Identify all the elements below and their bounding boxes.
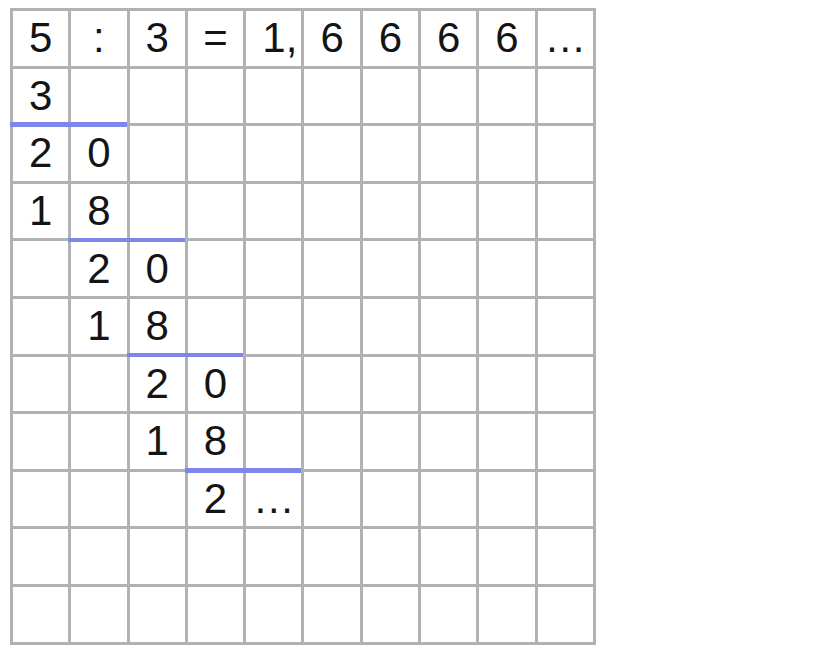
grid-cell-r8c10[interactable] bbox=[538, 414, 593, 469]
grid-cell-r5c2[interactable]: 2 bbox=[71, 241, 126, 296]
cell-value: 6 bbox=[437, 17, 460, 59]
cell-value: 3 bbox=[29, 75, 52, 117]
grid-cell-r9c5[interactable]: … bbox=[246, 472, 301, 527]
grid-cell-r1c2[interactable]: : bbox=[71, 11, 126, 66]
grid-cell-r4c4[interactable] bbox=[188, 184, 243, 239]
grid-cell-r7c2[interactable] bbox=[71, 357, 126, 412]
grid-cell-r10c9[interactable] bbox=[479, 529, 534, 584]
grid-cell-r7c9[interactable] bbox=[479, 357, 534, 412]
grid-cell-r9c7[interactable] bbox=[363, 472, 418, 527]
division-worksheet: 5:3=1,6666…32018201820182… bbox=[10, 8, 596, 645]
grid-cell-r11c9[interactable] bbox=[479, 587, 534, 642]
grid-cell-r8c8[interactable] bbox=[421, 414, 476, 469]
grid-cell-r1c3[interactable]: 3 bbox=[130, 11, 185, 66]
grid-cell-r3c1[interactable]: 2 bbox=[13, 126, 68, 181]
grid-cell-r11c7[interactable] bbox=[363, 587, 418, 642]
grid-cell-r4c1[interactable]: 1 bbox=[13, 184, 68, 239]
grid-cell-r9c2[interactable] bbox=[71, 472, 126, 527]
grid-cell-r2c2[interactable] bbox=[71, 69, 126, 124]
grid-cell-r2c5[interactable] bbox=[246, 69, 301, 124]
grid-cell-r9c10[interactable] bbox=[538, 472, 593, 527]
grid-cell-r3c6[interactable] bbox=[304, 126, 359, 181]
grid-cell-r7c10[interactable] bbox=[538, 357, 593, 412]
grid-cell-r11c8[interactable] bbox=[421, 587, 476, 642]
grid-cell-r4c8[interactable] bbox=[421, 184, 476, 239]
grid-cell-r4c5[interactable] bbox=[246, 184, 301, 239]
cell-value: 6 bbox=[379, 17, 402, 59]
cell-value: 1 bbox=[146, 420, 169, 462]
grid-cell-r3c10[interactable] bbox=[538, 126, 593, 181]
division-grid: 5:3=1,6666…32018201820182… bbox=[10, 8, 596, 645]
cell-value: … bbox=[253, 478, 295, 520]
grid-cell-r11c2[interactable] bbox=[71, 587, 126, 642]
grid-cell-r1c1[interactable]: 5 bbox=[13, 11, 68, 66]
grid-cell-r2c7[interactable] bbox=[363, 69, 418, 124]
grid-cell-r10c7[interactable] bbox=[363, 529, 418, 584]
grid-cell-r8c5[interactable] bbox=[246, 414, 301, 469]
grid-cell-r3c7[interactable] bbox=[363, 126, 418, 181]
grid-cell-r5c8[interactable] bbox=[421, 241, 476, 296]
grid-cell-r7c5[interactable] bbox=[246, 357, 301, 412]
grid-cell-r8c9[interactable] bbox=[479, 414, 534, 469]
grid-cell-r2c8[interactable] bbox=[421, 69, 476, 124]
grid-cell-r11c5[interactable] bbox=[246, 587, 301, 642]
grid-cell-r3c2[interactable]: 0 bbox=[71, 126, 126, 181]
grid-cell-r2c3[interactable] bbox=[130, 69, 185, 124]
cell-value: … bbox=[544, 17, 586, 59]
grid-cell-r4c9[interactable] bbox=[479, 184, 534, 239]
grid-cell-r4c10[interactable] bbox=[538, 184, 593, 239]
grid-cell-r3c9[interactable] bbox=[479, 126, 534, 181]
cell-value: 1 bbox=[87, 305, 110, 347]
grid-cell-r11c6[interactable] bbox=[304, 587, 359, 642]
cell-value: 0 bbox=[87, 132, 110, 174]
grid-cell-r6c1[interactable] bbox=[13, 299, 68, 354]
grid-cell-r10c2[interactable] bbox=[71, 529, 126, 584]
cell-value: 0 bbox=[204, 363, 227, 405]
grid-cell-r7c6[interactable] bbox=[304, 357, 359, 412]
grid-cell-r10c4[interactable] bbox=[188, 529, 243, 584]
grid-cell-r1c4[interactable]: = bbox=[188, 11, 243, 66]
grid-cell-r6c4[interactable] bbox=[188, 299, 243, 354]
grid-cell-r4c6[interactable] bbox=[304, 184, 359, 239]
grid-cell-r10c8[interactable] bbox=[421, 529, 476, 584]
cell-value: 2 bbox=[204, 478, 227, 520]
grid-cell-r3c4[interactable] bbox=[188, 126, 243, 181]
grid-cell-r2c10[interactable] bbox=[538, 69, 593, 124]
grid-cell-r8c4[interactable]: 8 bbox=[188, 414, 243, 469]
grid-cell-r2c6[interactable] bbox=[304, 69, 359, 124]
grid-cell-r6c7[interactable] bbox=[363, 299, 418, 354]
grid-cell-r7c3[interactable]: 2 bbox=[130, 357, 185, 412]
cell-value: 3 bbox=[146, 17, 169, 59]
grid-cell-r9c8[interactable] bbox=[421, 472, 476, 527]
grid-cell-r5c4[interactable] bbox=[188, 241, 243, 296]
grid-cell-r7c1[interactable] bbox=[13, 357, 68, 412]
grid-cell-r11c3[interactable] bbox=[130, 587, 185, 642]
cell-value: 8 bbox=[146, 305, 169, 347]
grid-cell-r5c5[interactable] bbox=[246, 241, 301, 296]
grid-cell-r5c1[interactable] bbox=[13, 241, 68, 296]
grid-cell-r9c9[interactable] bbox=[479, 472, 534, 527]
cell-value: 0 bbox=[146, 248, 169, 290]
cell-value: 2 bbox=[87, 248, 110, 290]
grid-cell-r1c10[interactable]: … bbox=[538, 11, 593, 66]
decimal-comma: , bbox=[286, 11, 298, 66]
grid-cell-r2c1[interactable]: 3 bbox=[13, 69, 68, 124]
grid-cell-r6c8[interactable] bbox=[421, 299, 476, 354]
grid-cell-r9c6[interactable] bbox=[304, 472, 359, 527]
grid-cell-r11c10[interactable] bbox=[538, 587, 593, 642]
grid-cell-r6c2[interactable]: 1 bbox=[71, 299, 126, 354]
grid-cell-r8c3[interactable]: 1 bbox=[130, 414, 185, 469]
cell-value: 6 bbox=[495, 17, 518, 59]
grid-cell-r7c7[interactable] bbox=[363, 357, 418, 412]
grid-cell-r10c5[interactable] bbox=[246, 529, 301, 584]
cell-value: 1 bbox=[262, 17, 285, 59]
grid-cell-r5c10[interactable] bbox=[538, 241, 593, 296]
grid-cell-r5c6[interactable] bbox=[304, 241, 359, 296]
grid-cell-r3c5[interactable] bbox=[246, 126, 301, 181]
grid-cell-r5c7[interactable] bbox=[363, 241, 418, 296]
grid-cell-r11c4[interactable] bbox=[188, 587, 243, 642]
grid-cell-r1c8[interactable]: 6 bbox=[421, 11, 476, 66]
grid-cell-r4c3[interactable] bbox=[130, 184, 185, 239]
cell-value: 8 bbox=[87, 190, 110, 232]
grid-cell-r6c10[interactable] bbox=[538, 299, 593, 354]
grid-cell-r8c2[interactable] bbox=[71, 414, 126, 469]
grid-cell-r11c1[interactable] bbox=[13, 587, 68, 642]
grid-cell-r9c3[interactable] bbox=[130, 472, 185, 527]
grid-cell-r1c9[interactable]: 6 bbox=[479, 11, 534, 66]
grid-cell-r9c1[interactable] bbox=[13, 472, 68, 527]
cell-value: 6 bbox=[320, 17, 343, 59]
cell-value: = bbox=[203, 17, 228, 59]
grid-cell-r3c8[interactable] bbox=[421, 126, 476, 181]
grid-cell-r6c3[interactable]: 8 bbox=[130, 299, 185, 354]
grid-cell-r6c5[interactable] bbox=[246, 299, 301, 354]
grid-cell-r10c3[interactable] bbox=[130, 529, 185, 584]
grid-cell-r10c10[interactable] bbox=[538, 529, 593, 584]
grid-cell-r1c6[interactable]: 6 bbox=[304, 11, 359, 66]
grid-cell-r4c2[interactable]: 8 bbox=[71, 184, 126, 239]
grid-cell-r8c1[interactable] bbox=[13, 414, 68, 469]
grid-cell-r3c3[interactable] bbox=[130, 126, 185, 181]
grid-cell-r5c3[interactable]: 0 bbox=[130, 241, 185, 296]
grid-cell-r9c4[interactable]: 2 bbox=[188, 472, 243, 527]
grid-cell-r7c4[interactable]: 0 bbox=[188, 357, 243, 412]
grid-cell-r2c4[interactable] bbox=[188, 69, 243, 124]
grid-cell-r5c9[interactable] bbox=[479, 241, 534, 296]
cell-value: 2 bbox=[29, 132, 52, 174]
grid-cell-r7c8[interactable] bbox=[421, 357, 476, 412]
grid-cell-r6c9[interactable] bbox=[479, 299, 534, 354]
grid-cell-r10c6[interactable] bbox=[304, 529, 359, 584]
cell-value: : bbox=[93, 17, 105, 59]
grid-cell-r8c6[interactable] bbox=[304, 414, 359, 469]
cell-value: 5 bbox=[29, 17, 52, 59]
grid-cell-r6c6[interactable] bbox=[304, 299, 359, 354]
cell-value: 1 bbox=[29, 190, 52, 232]
grid-cell-r10c1[interactable] bbox=[13, 529, 68, 584]
grid-cell-r8c7[interactable] bbox=[363, 414, 418, 469]
grid-cell-r2c9[interactable] bbox=[479, 69, 534, 124]
grid-cell-r1c5[interactable]: 1, bbox=[246, 11, 301, 66]
cell-value: 2 bbox=[146, 363, 169, 405]
grid-cell-r4c7[interactable] bbox=[363, 184, 418, 239]
cell-value: 8 bbox=[204, 420, 227, 462]
grid-cell-r1c7[interactable]: 6 bbox=[363, 11, 418, 66]
